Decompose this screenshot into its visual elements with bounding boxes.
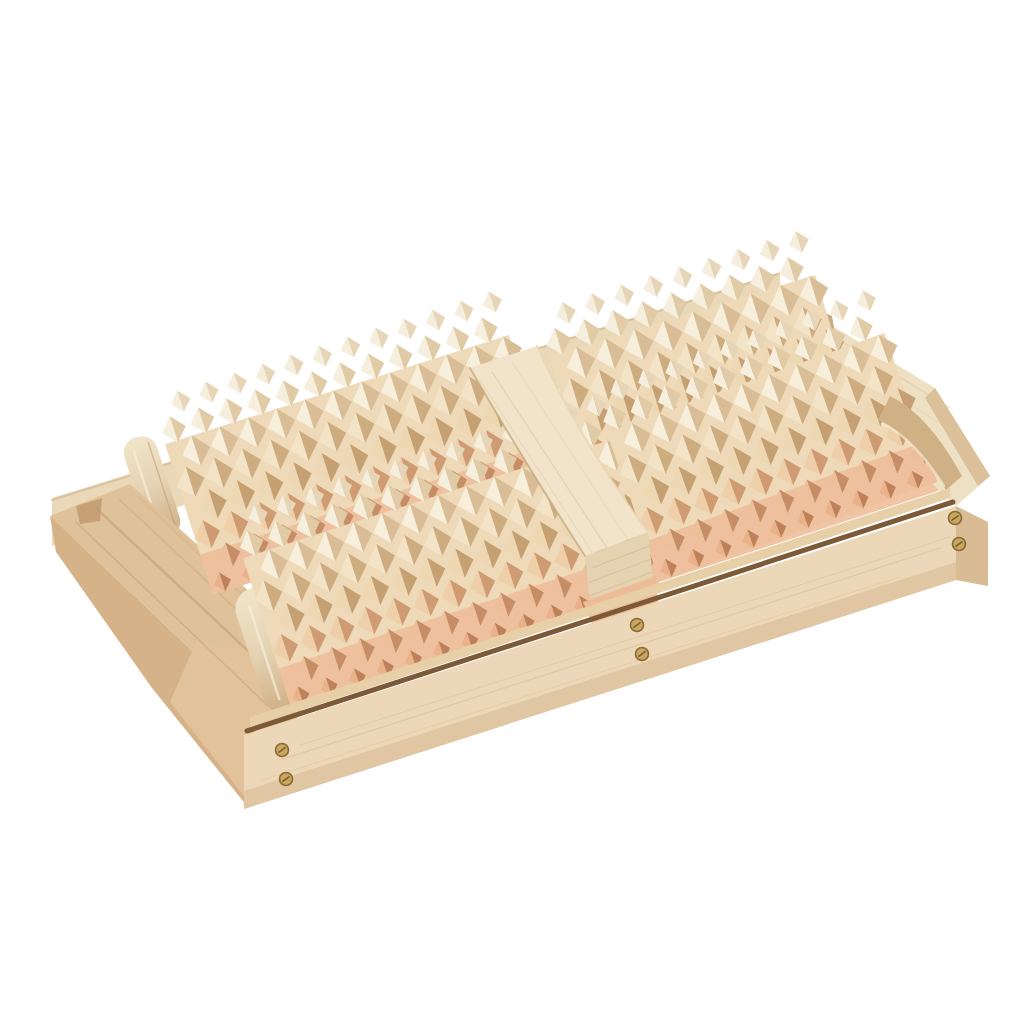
front-rail-screw-left-upper	[276, 744, 289, 757]
front-rail-screw-middle-upper	[631, 619, 644, 632]
front-rail-screw-right-lower	[953, 538, 966, 551]
scene-root	[50, 231, 990, 809]
front-rail-screw-middle-lower	[636, 648, 649, 661]
front-rail-screw-left-lower	[280, 773, 293, 786]
product-stage	[0, 0, 1024, 1024]
massager-scene	[0, 0, 1024, 1024]
front-rail-screw-right-upper	[949, 512, 962, 525]
product-photo	[0, 0, 1024, 1024]
